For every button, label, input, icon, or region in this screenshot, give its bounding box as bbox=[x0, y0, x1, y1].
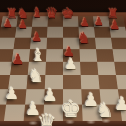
square-d4[interactable] bbox=[45, 62, 63, 75]
piece-white-bishop-c4[interactable]: ♝ bbox=[30, 47, 45, 64]
piece-white-knight-c3[interactable]: ♞ bbox=[28, 67, 44, 85]
square-h3[interactable] bbox=[116, 75, 126, 89]
square-h6[interactable] bbox=[111, 38, 126, 50]
piece-white-king-e1[interactable]: ♚ bbox=[61, 98, 82, 121]
square-b6[interactable] bbox=[13, 38, 31, 50]
square-e3[interactable] bbox=[63, 75, 81, 89]
piece-red-pawn-h7[interactable]: ♟ bbox=[110, 19, 121, 31]
square-g5[interactable] bbox=[96, 49, 114, 61]
square-d5[interactable] bbox=[46, 49, 63, 61]
piece-white-pawn-d2[interactable]: ♟ bbox=[42, 87, 57, 104]
piece-red-king-e8[interactable]: ♚ bbox=[62, 6, 75, 20]
piece-red-pawn-b4[interactable]: ♟ bbox=[12, 52, 25, 66]
square-f3[interactable] bbox=[81, 75, 100, 89]
piece-red-pawn-f7[interactable]: ♟ bbox=[80, 17, 90, 28]
square-f4[interactable] bbox=[80, 62, 98, 75]
piece-red-bishop-c8[interactable]: ♝ bbox=[31, 6, 43, 19]
square-f5[interactable] bbox=[80, 49, 98, 61]
square-g3[interactable] bbox=[98, 75, 118, 89]
piece-red-pawn-c6[interactable]: ♟ bbox=[32, 31, 43, 43]
chess-app-frame: ♝♜♞♛♚♜♟♟♟♟♟♟♞♟♝♟♟♞♟♟♟♟♟♞♚♛ bbox=[0, 0, 126, 126]
piece-white-knight-g1[interactable]: ♞ bbox=[96, 100, 114, 120]
piece-white-queen-d1[interactable]: ♛ bbox=[37, 112, 57, 126]
piece-red-pawn-a7[interactable]: ♟ bbox=[3, 18, 13, 29]
square-h4[interactable] bbox=[114, 62, 126, 75]
square-d7[interactable] bbox=[47, 27, 63, 38]
square-g7[interactable] bbox=[94, 27, 111, 38]
piece-red-knight-f6[interactable]: ♞ bbox=[77, 31, 90, 46]
piece-red-queen-d8[interactable]: ♛ bbox=[46, 6, 59, 20]
square-g6[interactable] bbox=[95, 38, 113, 50]
piece-red-pawn-b7[interactable]: ♟ bbox=[18, 19, 28, 30]
square-h5[interactable] bbox=[113, 49, 126, 61]
square-b1[interactable] bbox=[4, 105, 25, 121]
piece-white-pawn-b2[interactable]: ♟ bbox=[5, 86, 19, 102]
piece-white-pawn-g2[interactable]: ♟ bbox=[114, 95, 126, 113]
piece-white-pawn-e4[interactable]: ♟ bbox=[64, 57, 77, 72]
square-d6[interactable] bbox=[46, 38, 63, 50]
square-g4[interactable] bbox=[97, 62, 116, 75]
piece-red-pawn-g7[interactable]: ♟ bbox=[94, 16, 104, 27]
